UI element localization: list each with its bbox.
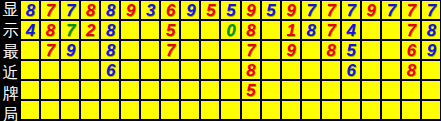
- result-digit: 8: [407, 62, 415, 79]
- result-cell: 3: [141, 1, 159, 19]
- result-cell: 8: [41, 21, 59, 39]
- result-cell: [422, 101, 440, 119]
- result-digit: 8: [106, 22, 114, 39]
- result-digit: 5: [166, 22, 174, 39]
- result-cell: 6: [161, 1, 179, 19]
- result-cell: [362, 101, 380, 119]
- result-cell: [181, 21, 199, 39]
- result-cell: 7: [322, 21, 340, 39]
- result-cell: 8: [101, 41, 119, 59]
- result-digit: 1: [286, 22, 294, 39]
- result-cell: [201, 21, 219, 39]
- result-cell: [141, 81, 159, 99]
- result-cell: [121, 41, 139, 59]
- result-cell: 7: [41, 1, 59, 19]
- result-cell: 8: [81, 1, 99, 19]
- result-cell: [382, 61, 400, 79]
- result-cell: [282, 61, 300, 79]
- result-digit: 7: [387, 2, 395, 19]
- result-digit: 7: [66, 22, 74, 39]
- result-cell: [382, 21, 400, 39]
- result-cell: [221, 41, 239, 59]
- result-digit: 7: [407, 2, 415, 19]
- result-cell: [282, 81, 300, 99]
- result-cell: [282, 101, 300, 119]
- title-char: 最: [0, 42, 21, 63]
- result-cell: 8: [322, 41, 340, 59]
- result-cell: [262, 61, 280, 79]
- result-cell: [402, 81, 420, 99]
- result-cell: 7: [322, 1, 340, 19]
- result-cell: [81, 101, 99, 119]
- result-digit: 4: [26, 22, 34, 39]
- result-cell: [41, 101, 59, 119]
- result-cell: 8: [101, 1, 119, 19]
- result-cell: 7: [302, 1, 320, 19]
- result-cell: 7: [402, 1, 420, 19]
- result-cell: [221, 61, 239, 79]
- result-cell: [81, 41, 99, 59]
- result-digit: 9: [66, 42, 74, 59]
- result-cell: [362, 21, 380, 39]
- result-cell: [141, 101, 159, 119]
- board-title-vertical: 显示最近牌局: [0, 0, 21, 121]
- result-digit: 7: [246, 42, 254, 59]
- result-digit: 6: [347, 62, 355, 79]
- result-cell: [61, 101, 79, 119]
- result-digit: 8: [326, 42, 334, 59]
- result-digit: 5: [347, 42, 355, 59]
- result-cell: [302, 101, 320, 119]
- result-cell: [81, 81, 99, 99]
- result-cell: [302, 41, 320, 59]
- result-digit: 5: [226, 2, 234, 19]
- result-cell: 9: [282, 1, 300, 19]
- result-cell: 7: [242, 41, 260, 59]
- result-cell: [21, 61, 39, 79]
- result-cell: [362, 81, 380, 99]
- result-cell: [21, 101, 39, 119]
- result-cell: [201, 61, 219, 79]
- result-cell: [121, 101, 139, 119]
- result-digit: 2: [86, 22, 94, 39]
- result-cell: [322, 61, 340, 79]
- result-digit: 9: [126, 2, 134, 19]
- recent-games-board: 显示最近牌局 877889369559597779777487285081874…: [0, 0, 441, 121]
- result-cell: [262, 41, 280, 59]
- result-cell: [422, 81, 440, 99]
- result-cell: 5: [342, 41, 360, 59]
- result-cell: 5: [221, 1, 239, 19]
- result-cell: [161, 101, 179, 119]
- result-cell: [262, 21, 280, 39]
- result-cell: [262, 101, 280, 119]
- result-digit: 7: [407, 22, 415, 39]
- result-digit: 9: [186, 2, 194, 19]
- result-digit: 7: [166, 42, 174, 59]
- result-digit: 8: [427, 22, 435, 39]
- result-cell: 8: [21, 1, 39, 19]
- result-digit: 9: [367, 2, 375, 19]
- result-cell: [161, 81, 179, 99]
- result-digit: 9: [427, 42, 435, 59]
- result-cell: 7: [61, 1, 79, 19]
- result-cell: [201, 81, 219, 99]
- result-cell: [41, 81, 59, 99]
- result-cell: [242, 101, 260, 119]
- result-cell: [141, 61, 159, 79]
- result-cell: [322, 81, 340, 99]
- result-cell: [121, 21, 139, 39]
- result-cell: 8: [242, 21, 260, 39]
- result-cell: 2: [81, 21, 99, 39]
- result-digit: 8: [26, 2, 34, 19]
- result-digit: 5: [266, 2, 274, 19]
- result-cell: 4: [342, 21, 360, 39]
- result-cell: 5: [242, 81, 260, 99]
- result-cell: [382, 101, 400, 119]
- result-cell: 9: [422, 41, 440, 59]
- result-cell: 1: [282, 21, 300, 39]
- result-digit: 9: [286, 42, 294, 59]
- result-digit: 4: [347, 22, 355, 39]
- result-cell: [362, 61, 380, 79]
- title-char: 近: [0, 63, 21, 84]
- result-cell: [342, 81, 360, 99]
- result-digit: 7: [427, 2, 435, 19]
- result-cell: 5: [201, 1, 219, 19]
- result-cell: [61, 61, 79, 79]
- result-digit: 8: [306, 22, 314, 39]
- result-digit: 5: [246, 82, 254, 99]
- result-digit: 7: [326, 2, 334, 19]
- result-cell: 8: [302, 21, 320, 39]
- result-digit: 7: [326, 22, 334, 39]
- result-digit: 9: [286, 2, 294, 19]
- result-digit: 6: [106, 62, 114, 79]
- result-cell: [181, 61, 199, 79]
- result-digit: 8: [246, 62, 254, 79]
- result-digit: 7: [46, 42, 54, 59]
- result-cell: [141, 41, 159, 59]
- result-digit: 6: [407, 42, 415, 59]
- result-cell: [61, 81, 79, 99]
- result-cell: [302, 61, 320, 79]
- result-cell: 8: [242, 61, 260, 79]
- result-cell: 9: [362, 1, 380, 19]
- result-digit: 6: [166, 2, 174, 19]
- result-cell: [382, 81, 400, 99]
- result-cell: [121, 61, 139, 79]
- result-digit: 5: [206, 2, 214, 19]
- title-char: 示: [0, 21, 21, 42]
- result-cell: [362, 41, 380, 59]
- result-digit: 9: [246, 2, 254, 19]
- result-digit: 8: [106, 2, 114, 19]
- result-cell: [141, 21, 159, 39]
- result-cell: 8: [402, 61, 420, 79]
- result-cell: [161, 61, 179, 79]
- result-cell: 4: [21, 21, 39, 39]
- result-cell: [382, 41, 400, 59]
- result-cell: [101, 101, 119, 119]
- result-cell: 9: [282, 41, 300, 59]
- result-cell: [422, 61, 440, 79]
- result-cell: [262, 81, 280, 99]
- result-cell: [21, 41, 39, 59]
- title-char: 显: [0, 0, 21, 21]
- result-cell: 9: [181, 1, 199, 19]
- result-cell: 7: [382, 1, 400, 19]
- result-cell: 7: [61, 21, 79, 39]
- result-digit: 8: [46, 22, 54, 39]
- result-cell: [181, 101, 199, 119]
- result-cell: 8: [422, 21, 440, 39]
- result-cell: 7: [161, 41, 179, 59]
- result-cell: [342, 101, 360, 119]
- result-cell: 6: [402, 41, 420, 59]
- result-digit: 0: [226, 22, 234, 39]
- title-char: 牌: [0, 84, 21, 105]
- result-cell: [201, 41, 219, 59]
- result-cell: [181, 81, 199, 99]
- result-cell: [302, 81, 320, 99]
- result-digit: 7: [46, 2, 54, 19]
- result-cell: 9: [121, 1, 139, 19]
- title-char: 局: [0, 105, 21, 121]
- result-cell: [221, 81, 239, 99]
- result-cell: 7: [422, 1, 440, 19]
- result-cell: [402, 101, 420, 119]
- result-digit: 7: [66, 2, 74, 19]
- result-cell: [41, 61, 59, 79]
- result-cell: [181, 41, 199, 59]
- result-cell: [221, 101, 239, 119]
- result-cell: [21, 81, 39, 99]
- result-cell: 9: [61, 41, 79, 59]
- result-cell: 6: [342, 61, 360, 79]
- result-cell: 7: [41, 41, 59, 59]
- result-digit: 7: [306, 2, 314, 19]
- result-digit: 8: [246, 22, 254, 39]
- result-cell: 5: [262, 1, 280, 19]
- result-cell: 7: [402, 21, 420, 39]
- result-cell: 5: [161, 21, 179, 39]
- result-cell: [101, 81, 119, 99]
- result-cell: 8: [101, 21, 119, 39]
- result-digit: 3: [146, 2, 154, 19]
- result-cell: 9: [242, 1, 260, 19]
- result-digit: 8: [106, 42, 114, 59]
- result-cell: 6: [101, 61, 119, 79]
- result-cell: [201, 101, 219, 119]
- result-cell: [121, 81, 139, 99]
- result-cell: [322, 101, 340, 119]
- result-cell: [81, 61, 99, 79]
- result-digit: 7: [347, 2, 355, 19]
- result-cell: 7: [342, 1, 360, 19]
- result-digit: 8: [86, 2, 94, 19]
- result-cell: 0: [221, 21, 239, 39]
- results-grid: 8778893695595977797774872850818747879877…: [21, 0, 441, 121]
